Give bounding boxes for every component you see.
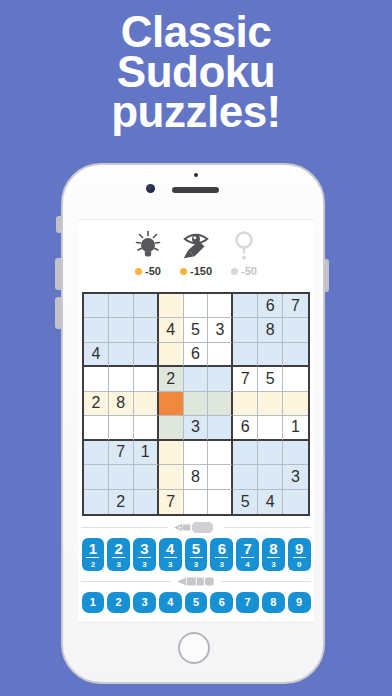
numpad-pen-button-6[interactable]: 63 [210,538,233,571]
sudoku-cell-r8c1[interactable] [84,465,109,489]
sudoku-cell-r5c9[interactable] [283,392,308,416]
sudoku-cell-r7c7[interactable] [233,441,258,465]
earpiece-speaker [172,187,219,193]
sudoku-cell-r9c6[interactable] [208,490,233,514]
numpad-digit: 4 [166,541,174,556]
search-cost: -50 [231,265,257,278]
numpad-notes-button-4[interactable]: 4 [159,592,182,613]
sudoku-cell-r8c6[interactable] [208,465,233,489]
sudoku-cell-r7c2[interactable]: 7 [109,441,134,465]
sudoku-cell-r9c5[interactable] [184,490,209,514]
hint-button[interactable]: -50 [131,229,166,278]
sudoku-cell-r2c5[interactable]: 5 [184,318,209,342]
numpad-digit: 9 [296,597,302,608]
numpad-notes-button-9[interactable]: 9 [288,592,311,613]
numpad-placed-count: 3 [271,560,275,569]
magnifier-icon [229,229,259,263]
sudoku-cell-r3c5[interactable]: 6 [184,343,209,367]
pen-mode-divider [81,521,311,534]
sudoku-cell-r6c6[interactable] [208,416,233,440]
numpad-placed-count: 3 [168,560,172,569]
numpad-digit: 7 [243,541,251,556]
solve-cell-cost: -150 [180,265,212,278]
fraction-bar [86,557,99,559]
title-line-1: Classic [0,12,392,52]
numpad-notes-button-2[interactable]: 2 [107,592,130,613]
sudoku-cell-r8c2[interactable] [109,465,134,489]
sudoku-cell-r7c6[interactable] [208,441,233,465]
fraction-bar [164,557,177,559]
sudoku-cell-r6c4[interactable] [159,416,184,440]
notes-mode-divider [81,576,311,587]
sudoku-grid: 674538462752836171832754 [82,292,310,516]
numpad-placed-count: 3 [220,560,224,569]
sudoku-cell-r1c8[interactable]: 6 [258,294,283,318]
sudoku-cell-r5c4[interactable] [159,392,184,416]
sudoku-cell-r9c7[interactable]: 5 [233,490,258,514]
sudoku-cell-r8c3[interactable] [134,465,159,489]
sudoku-cell-r6c3[interactable] [134,416,159,440]
sudoku-cell-r5c2[interactable]: 8 [109,392,134,416]
numpad-pen-button-4[interactable]: 43 [159,538,182,571]
numpad-placed-count: 0 [297,560,301,569]
numpad-digit: 6 [219,597,225,608]
coin-icon [135,268,142,275]
sudoku-cell-r9c2[interactable]: 2 [109,490,134,514]
numpad-notes-button-8[interactable]: 8 [262,592,285,613]
sudoku-cell-r4c5[interactable] [184,367,209,391]
numpad-placed-count: 2 [91,560,95,569]
lightbulb-icon [133,229,163,263]
front-camera [146,184,155,193]
numpad-notes-row: 123456789 [82,592,311,613]
sudoku-cell-r5c5[interactable] [184,392,209,416]
sudoku-cell-r3c1[interactable]: 4 [84,343,109,367]
eye-pencil-icon [181,229,211,263]
sudoku-cell-r5c7[interactable] [233,392,258,416]
numpad-digit: 2 [115,541,123,556]
sudoku-cell-r3c2[interactable] [109,343,134,367]
sudoku-cell-r5c8[interactable] [258,392,283,416]
sudoku-cell-r7c3[interactable]: 1 [134,441,159,465]
sudoku-cell-r5c6[interactable] [208,392,233,416]
sudoku-cell-r9c9[interactable] [283,490,308,514]
sudoku-cell-r4c2[interactable] [109,367,134,391]
fraction-bar [293,557,306,559]
sudoku-cell-r2c7[interactable] [233,318,258,342]
phone-screen: -50 -150 [78,219,314,623]
sudoku-cell-r9c3[interactable] [134,490,159,514]
sudoku-cell-r6c9[interactable]: 1 [283,416,308,440]
sudoku-cell-r6c2[interactable] [109,416,134,440]
numpad-placed-count: 3 [194,560,198,569]
sudoku-cell-r7c9[interactable] [283,441,308,465]
sudoku-cell-r6c8[interactable] [258,416,283,440]
sudoku-cell-r8c4[interactable] [159,465,184,489]
pencil-icon [171,576,221,587]
hint-cost: -50 [135,265,161,278]
sudoku-cell-r4c3[interactable] [134,367,159,391]
sudoku-cell-r6c7[interactable]: 6 [233,416,258,440]
sudoku-cell-r4c1[interactable] [84,367,109,391]
sudoku-cell-r3c8[interactable] [258,343,283,367]
sudoku-cell-r3c7[interactable] [233,343,258,367]
hint-toolbar: -50 -150 [78,220,314,278]
sudoku-cell-r8c7[interactable] [233,465,258,489]
numpad-digit: 6 [218,541,226,556]
solve-cell-cost-value: -150 [190,265,212,278]
sudoku-cell-r8c5[interactable]: 8 [184,465,209,489]
numpad-digit: 5 [193,597,199,608]
solve-cell-button[interactable]: -150 [179,229,214,278]
sudoku-cell-r4c9[interactable] [283,367,308,391]
numpad-digit: 1 [89,541,97,556]
search-cost-value: -50 [241,265,257,278]
numpad-digit: 4 [167,597,173,608]
numpad-notes-button-7[interactable]: 7 [236,592,259,613]
numpad-notes-button-6[interactable]: 6 [210,592,233,613]
fraction-bar [112,557,125,559]
numpad-digit: 3 [141,597,147,608]
sudoku-cell-r3c3[interactable] [134,343,159,367]
sudoku-cell-r3c9[interactable] [283,343,308,367]
title-line-3: puzzles! [0,92,392,132]
sudoku-cell-r1c6[interactable] [208,294,233,318]
sudoku-cell-r7c1[interactable] [84,441,109,465]
sudoku-cell-r7c4[interactable] [159,441,184,465]
sudoku-cell-r4c4[interactable]: 2 [159,367,184,391]
numpad-digit: 3 [140,541,148,556]
numpad-pen-button-3[interactable]: 33 [133,538,156,571]
numpad-notes-button-3[interactable]: 3 [133,592,156,613]
numpad-placed-count: 3 [116,560,120,569]
numpad-digit: 7 [245,597,251,608]
search-button[interactable]: -50 [227,229,262,278]
sudoku-cell-r2c1[interactable] [84,318,109,342]
fraction-bar [215,557,228,559]
sudoku-cell-r9c1[interactable] [84,490,109,514]
numpad-placed-count: 3 [142,560,146,569]
sudoku-cell-r1c9[interactable]: 7 [283,294,308,318]
numpad-digit: 8 [270,597,276,608]
page-title: Classic Sudoku puzzles! [0,12,392,132]
sudoku-cell-r1c3[interactable] [134,294,159,318]
numpad-pen-row: 122333435363748390 [82,538,311,571]
sudoku-cell-r3c4[interactable] [159,343,184,367]
sudoku-cell-r9c4[interactable]: 7 [159,490,184,514]
sudoku-cell-r2c6[interactable]: 3 [208,318,233,342]
sudoku-cell-r6c5[interactable]: 3 [184,416,209,440]
proximity-sensor-dot [194,173,198,177]
sudoku-cell-r4c7[interactable]: 7 [233,367,258,391]
fraction-bar [138,557,151,559]
fraction-bar [267,557,280,559]
numpad-pen-button-1[interactable]: 12 [82,538,105,571]
sudoku-cell-r3c6[interactable] [208,343,233,367]
numpad-digit: 9 [295,541,303,556]
numpad-pen-button-8[interactable]: 83 [262,538,285,571]
sudoku-cell-r1c2[interactable] [109,294,134,318]
sudoku-cell-r1c4[interactable] [159,294,184,318]
numpad-pen-button-7[interactable]: 74 [236,538,259,571]
numpad-pen-button-9[interactable]: 90 [288,538,311,571]
hint-cost-value: -50 [145,265,161,278]
numpad-placed-count: 4 [245,560,249,569]
sudoku-cell-r9c8[interactable]: 4 [258,490,283,514]
home-button [178,632,210,664]
sudoku-cell-r2c4[interactable]: 4 [159,318,184,342]
sudoku-cell-r2c8[interactable]: 8 [258,318,283,342]
numpad-digit: 1 [90,597,96,608]
numpad-pen-button-2[interactable]: 23 [107,538,130,571]
sudoku-cell-r5c3[interactable] [134,392,159,416]
sudoku-cell-r5c1[interactable]: 2 [84,392,109,416]
sudoku-cell-r2c2[interactable] [109,318,134,342]
sudoku-cell-r4c6[interactable] [208,367,233,391]
numpad-notes-button-5[interactable]: 5 [185,592,208,613]
fraction-bar [241,557,254,559]
sudoku-cell-r1c7[interactable] [233,294,258,318]
sudoku-cell-r2c3[interactable] [134,318,159,342]
pen-icon [168,521,224,534]
coin-icon [231,268,238,275]
numpad-notes-button-1[interactable]: 1 [82,592,105,613]
coin-icon [180,268,187,275]
fraction-bar [190,557,203,559]
sudoku-cell-r8c8[interactable] [258,465,283,489]
sudoku-cell-r6c1[interactable] [84,416,109,440]
numpad-digit: 5 [192,541,200,556]
sudoku-cell-r7c5[interactable] [184,441,209,465]
numpad-digit: 8 [269,541,277,556]
sudoku-cell-r7c8[interactable] [258,441,283,465]
app-store-screenshot: Classic Sudoku puzzles! [0,0,392,696]
sudoku-cell-r8c9[interactable]: 3 [283,465,308,489]
sudoku-cell-r4c8[interactable]: 5 [258,367,283,391]
numpad-digit: 2 [116,597,122,608]
numpad-pen-button-5[interactable]: 53 [185,538,208,571]
title-line-2: Sudoku [0,52,392,92]
sudoku-cell-r1c1[interactable] [84,294,109,318]
sudoku-cell-r2c9[interactable] [283,318,308,342]
sudoku-cell-r1c5[interactable] [184,294,209,318]
